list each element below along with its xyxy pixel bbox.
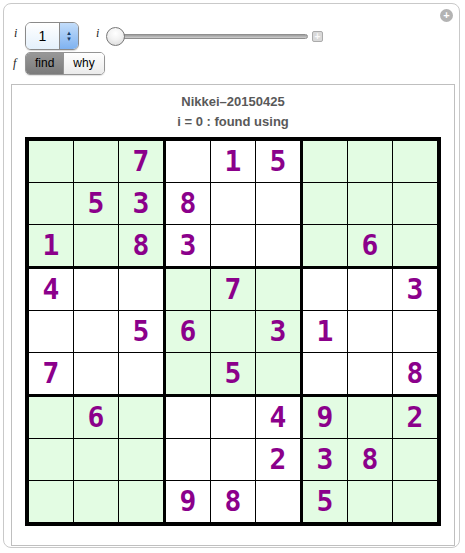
cell-r9c5: 8	[211, 481, 256, 525]
cell-r1c1	[27, 139, 74, 183]
cell-r2c1	[27, 183, 74, 225]
cell-r6c6	[256, 353, 302, 396]
index-popup-menu[interactable]: 1 ▲ ▼	[25, 22, 79, 50]
cell-r3c6	[256, 225, 302, 268]
cell-r7c7: 9	[302, 396, 348, 439]
cell-r1c8	[348, 139, 393, 183]
cell-r3c5	[211, 225, 256, 268]
cell-r8c9	[393, 439, 440, 481]
cell-r2c6	[256, 183, 302, 225]
slider-label: i	[96, 26, 99, 41]
cell-r8c8: 8	[348, 439, 393, 481]
slider-thumb[interactable]	[106, 27, 125, 46]
cell-r7c9: 2	[393, 396, 440, 439]
cell-r1c9	[393, 139, 440, 183]
cell-r7c6: 4	[256, 396, 302, 439]
board-row: 985	[27, 481, 439, 525]
cell-r4c5: 7	[211, 268, 256, 311]
cell-r1c3: 7	[119, 139, 165, 183]
board-row: 715	[27, 139, 439, 183]
manipulate-frame: + i 1 ▲ ▼ i + f find why Nikkei–20150425…	[3, 3, 460, 548]
index-slider[interactable]	[108, 34, 308, 39]
board-row: 538	[27, 183, 439, 225]
cell-r9c3	[119, 481, 165, 525]
cell-r2c2: 5	[74, 183, 119, 225]
cell-r3c3: 8	[119, 225, 165, 268]
board-row: 473	[27, 268, 439, 311]
cell-r4c1: 4	[27, 268, 74, 311]
cell-r8c6: 2	[256, 439, 302, 481]
cell-r9c2	[74, 481, 119, 525]
cell-r8c2	[74, 439, 119, 481]
cell-r5c6: 3	[256, 311, 302, 353]
cell-r2c7	[302, 183, 348, 225]
cell-r6c7	[302, 353, 348, 396]
cell-r9c1	[27, 481, 74, 525]
cell-r7c1	[27, 396, 74, 439]
cell-r4c7	[302, 268, 348, 311]
cell-r3c9	[393, 225, 440, 268]
cell-r4c6	[256, 268, 302, 311]
cell-r4c8	[348, 268, 393, 311]
cell-r1c4	[165, 139, 211, 183]
cell-r5c2	[74, 311, 119, 353]
sudoku-board: 715538183647356317586492238985	[25, 137, 441, 526]
cell-r4c2	[74, 268, 119, 311]
cell-r3c7	[302, 225, 348, 268]
board-row: 238	[27, 439, 439, 481]
board-row: 1836	[27, 225, 439, 268]
sudoku-board-body: 715538183647356317586492238985	[27, 139, 439, 524]
cell-r9c9	[393, 481, 440, 525]
board-panel: Nikkei–20150425 i = 0 : found using 7155…	[11, 84, 455, 546]
cell-r5c9	[393, 311, 440, 353]
cell-r5c3: 5	[119, 311, 165, 353]
function-label: f	[13, 56, 16, 71]
cell-r1c6: 5	[256, 139, 302, 183]
cell-r2c5	[211, 183, 256, 225]
cell-r2c9	[393, 183, 440, 225]
find-button[interactable]: find	[26, 53, 63, 74]
cell-r3c4: 3	[165, 225, 211, 268]
cell-r6c4	[165, 353, 211, 396]
cell-r9c8	[348, 481, 393, 525]
cell-r4c9: 3	[393, 268, 440, 311]
cell-r1c7	[302, 139, 348, 183]
cell-r9c6	[256, 481, 302, 525]
cell-r9c4: 9	[165, 481, 211, 525]
cell-r7c2: 6	[74, 396, 119, 439]
cell-r3c1: 1	[27, 225, 74, 268]
cell-r1c2	[74, 139, 119, 183]
cell-r6c8	[348, 353, 393, 396]
cell-r6c3	[119, 353, 165, 396]
cell-r5c4: 6	[165, 311, 211, 353]
cell-r7c8	[348, 396, 393, 439]
cell-r8c5	[211, 439, 256, 481]
cell-r7c3	[119, 396, 165, 439]
cell-r8c7: 3	[302, 439, 348, 481]
cell-r2c3: 3	[119, 183, 165, 225]
cell-r3c2	[74, 225, 119, 268]
cell-r6c5: 5	[211, 353, 256, 396]
cell-r1c5: 1	[211, 139, 256, 183]
board-row: 758	[27, 353, 439, 396]
slider-expand-icon[interactable]: +	[312, 31, 323, 42]
cell-r8c1	[27, 439, 74, 481]
stepper-down-icon[interactable]: ▼	[66, 36, 72, 42]
cell-r2c8	[348, 183, 393, 225]
board-row: 6492	[27, 396, 439, 439]
cell-r2c4: 8	[165, 183, 211, 225]
cell-r8c4	[165, 439, 211, 481]
puzzle-title: Nikkei–20150425	[12, 94, 454, 109]
board-row: 5631	[27, 311, 439, 353]
cell-r6c9: 8	[393, 353, 440, 396]
cell-r5c5	[211, 311, 256, 353]
cell-r9c7: 5	[302, 481, 348, 525]
cell-r6c2	[74, 353, 119, 396]
cell-r5c7: 1	[302, 311, 348, 353]
popup-label: i	[14, 26, 17, 41]
cell-r5c1	[27, 311, 74, 353]
why-button[interactable]: why	[63, 53, 103, 74]
status-text: i = 0 : found using	[12, 114, 454, 129]
cell-r7c5	[211, 396, 256, 439]
function-button-group: find why	[25, 52, 105, 75]
cell-r8c3	[119, 439, 165, 481]
expand-icon[interactable]: +	[440, 9, 453, 22]
popup-value: 1	[26, 23, 59, 49]
stepper-control[interactable]: ▲ ▼	[59, 23, 78, 49]
cell-r5c8	[348, 311, 393, 353]
cell-r6c1: 7	[27, 353, 74, 396]
cell-r4c4	[165, 268, 211, 311]
cell-r4c3	[119, 268, 165, 311]
cell-r7c4	[165, 396, 211, 439]
cell-r3c8: 6	[348, 225, 393, 268]
